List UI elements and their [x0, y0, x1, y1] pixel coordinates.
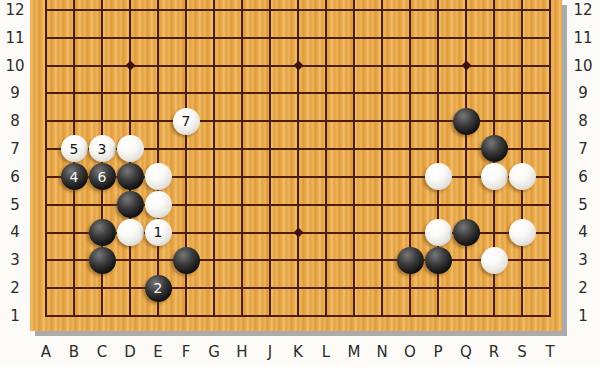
stone-black-O3: [397, 247, 424, 274]
column-label-R: R: [480, 337, 508, 367]
row-label-3: 3: [566, 246, 600, 274]
column-label-A: A: [32, 337, 60, 367]
row-label-10: 10: [0, 52, 30, 80]
move-number-label: 4: [70, 170, 79, 184]
column-label-K: K: [284, 337, 312, 367]
go-diagram-page: 121110987654321 121110987654321 ABCDEFGH…: [0, 0, 600, 367]
move-number-label: 3: [98, 142, 107, 156]
stone-white-C7: 3: [89, 135, 116, 162]
row-label-1: 1: [0, 302, 30, 330]
stones-layer: 5346127: [32, 0, 564, 330]
row-label-7: 7: [566, 135, 600, 163]
move-number-label: 1: [154, 225, 163, 239]
row-label-11: 11: [566, 24, 600, 52]
stone-black-Q8: [453, 108, 480, 135]
column-label-D: D: [116, 337, 144, 367]
column-label-Q: Q: [452, 337, 480, 367]
stone-black-P3: [425, 247, 452, 274]
stone-black-D6: [117, 163, 144, 190]
row-label-8: 8: [566, 107, 600, 135]
row-label-12: 12: [0, 0, 30, 24]
stone-black-B6: 4: [61, 163, 88, 190]
stone-white-F8: 7: [173, 108, 200, 135]
row-label-2: 2: [566, 274, 600, 302]
row-label-5: 5: [566, 191, 600, 219]
stone-white-S6: [509, 163, 536, 190]
row-label-3: 3: [0, 246, 30, 274]
stone-white-D4: [117, 219, 144, 246]
star-point-K10: [293, 61, 303, 71]
column-label-B: B: [60, 337, 88, 367]
column-label-C: C: [88, 337, 116, 367]
row-label-2: 2: [0, 274, 30, 302]
move-number-label: 5: [70, 142, 79, 156]
column-label-N: N: [368, 337, 396, 367]
row-label-9: 9: [566, 79, 600, 107]
column-label-H: H: [228, 337, 256, 367]
star-point-Q10: [461, 61, 471, 71]
row-label-6: 6: [566, 163, 600, 191]
left-row-labels: 121110987654321: [0, 0, 30, 330]
row-label-12: 12: [566, 0, 600, 24]
stone-black-E2: 2: [145, 275, 172, 302]
stone-black-C6: 6: [89, 163, 116, 190]
row-label-4: 4: [566, 219, 600, 247]
column-label-P: P: [424, 337, 452, 367]
row-label-1: 1: [566, 302, 600, 330]
row-label-11: 11: [0, 24, 30, 52]
stone-white-D7: [117, 135, 144, 162]
stone-black-R7: [481, 135, 508, 162]
stone-white-E5: [145, 191, 172, 218]
star-point-D10: [125, 61, 135, 71]
row-label-7: 7: [0, 135, 30, 163]
stone-white-P4: [425, 219, 452, 246]
row-label-6: 6: [0, 163, 30, 191]
star-point-K4: [293, 227, 303, 237]
column-label-S: S: [508, 337, 536, 367]
row-label-10: 10: [566, 52, 600, 80]
column-label-G: G: [200, 337, 228, 367]
stone-white-B7: 5: [61, 135, 88, 162]
stone-black-C4: [89, 219, 116, 246]
row-label-4: 4: [0, 219, 30, 247]
column-label-E: E: [144, 337, 172, 367]
column-label-T: T: [536, 337, 564, 367]
go-board: 5346127: [30, 0, 562, 331]
column-label-L: L: [312, 337, 340, 367]
move-number-label: 6: [98, 170, 107, 184]
stone-black-F3: [173, 247, 200, 274]
stone-white-R6: [481, 163, 508, 190]
stone-white-S4: [509, 219, 536, 246]
right-row-labels: 121110987654321: [566, 0, 600, 330]
row-label-8: 8: [0, 107, 30, 135]
bottom-column-labels: ABCDEFGHJKLMNOPQRST: [32, 337, 564, 367]
stone-black-C3: [89, 247, 116, 274]
column-label-F: F: [172, 337, 200, 367]
stone-black-D5: [117, 191, 144, 218]
stone-white-P6: [425, 163, 452, 190]
move-number-label: 7: [182, 114, 191, 128]
stone-white-R3: [481, 247, 508, 274]
move-number-label: 2: [154, 281, 163, 295]
stone-black-Q4: [453, 219, 480, 246]
stone-white-E6: [145, 163, 172, 190]
row-label-9: 9: [0, 79, 30, 107]
column-label-J: J: [256, 337, 284, 367]
column-label-M: M: [340, 337, 368, 367]
column-label-O: O: [396, 337, 424, 367]
stone-white-E4: 1: [145, 219, 172, 246]
row-label-5: 5: [0, 191, 30, 219]
